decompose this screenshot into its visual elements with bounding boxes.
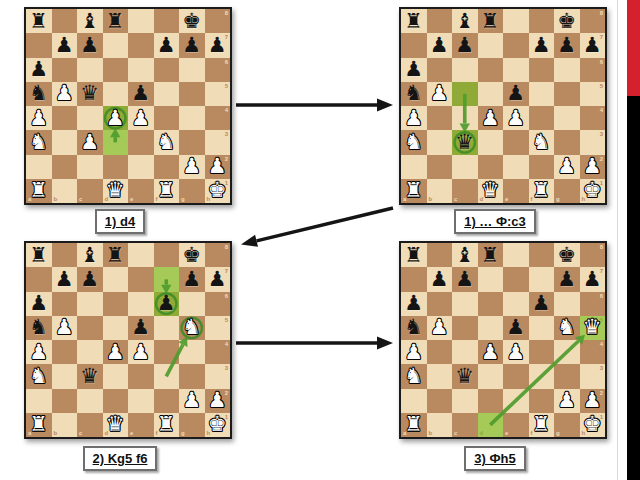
black-rook-d8: ♜ (478, 9, 504, 33)
square-f4 (529, 106, 555, 130)
square-c4 (452, 106, 478, 130)
chess-board-3: 8765432abcdefg1h♜♝♜♚♟♟♟♟♟♟♞♟♟♞♟♟♟♞♛♟♟♜♛♜… (24, 241, 232, 439)
flow-arrow-board1-to-board2 (236, 99, 393, 112)
white-pawn-h2: ♟ (580, 389, 606, 413)
white-king-h1: ♚ (580, 413, 606, 437)
black-pawn-e5: ♟ (503, 82, 529, 106)
square-d2 (103, 155, 129, 179)
white-pawn-a4: ♟ (26, 340, 52, 364)
square-c5 (452, 316, 478, 340)
white-knight-f3: ♞ (154, 130, 180, 154)
flow-arrow-board3-to-board4 (236, 337, 393, 350)
white-queen-h5: ♛ (580, 316, 606, 340)
square-c4 (77, 340, 103, 364)
square-e2 (503, 389, 529, 413)
caption-row-2: 1) … Ф:c3 (391, 209, 599, 234)
black-pawn-e5: ♟ (128, 82, 154, 106)
black-accent-bar (627, 96, 640, 480)
black-pawn-e5: ♟ (503, 316, 529, 340)
square-f8 (529, 243, 555, 267)
slide-edge-line (617, 0, 618, 480)
square-b2 (427, 155, 453, 179)
square-b8 (427, 9, 453, 33)
square-f4 (154, 106, 180, 130)
square-g1: g (554, 413, 580, 437)
square-f2 (154, 155, 180, 179)
square-b3 (427, 364, 453, 388)
chess-board-2: 8765432abcdefg1h♜♝♜♚♟♟♟♟♟♟♞♟♟♟♟♟♞♛♞♟♟♜♛♜… (399, 7, 607, 205)
square-e2 (128, 389, 154, 413)
square-d7 (478, 267, 504, 291)
rank-label-4: 4 (600, 107, 603, 113)
square-b3 (427, 130, 453, 154)
black-pawn-c7: ♟ (452, 33, 478, 57)
square-b8 (52, 9, 78, 33)
rank-label-8: 8 (225, 244, 228, 250)
square-d7 (103, 267, 129, 291)
file-label-b: b (429, 196, 433, 202)
square-b2 (52, 389, 78, 413)
file-label-e: e (130, 430, 133, 436)
square-e2 (128, 155, 154, 179)
black-pawn-e5: ♟ (128, 316, 154, 340)
black-bishop-c8: ♝ (452, 9, 478, 33)
square-d7 (103, 33, 129, 57)
square-g3 (554, 364, 580, 388)
black-knight-a5: ♞ (401, 316, 427, 340)
square-c1: c (452, 179, 478, 203)
square-d5 (103, 82, 129, 106)
square-g6 (554, 292, 580, 316)
black-rook-d8: ♜ (478, 243, 504, 267)
highlight-f7 (154, 267, 180, 291)
black-rook-a8: ♜ (401, 243, 427, 267)
black-pawn-h7: ♟ (580, 33, 606, 57)
rank-label-5: 5 (600, 83, 603, 89)
square-e6 (128, 292, 154, 316)
square-a2 (26, 155, 52, 179)
square-c2 (77, 389, 103, 413)
file-label-g: g (556, 430, 560, 436)
black-pawn-f7: ♟ (529, 33, 555, 57)
white-pawn-g2: ♟ (554, 155, 580, 179)
square-d2 (103, 389, 129, 413)
caption-row-1: 1) d4 (16, 209, 224, 234)
square-g3 (179, 364, 205, 388)
square-g1: g (179, 179, 205, 203)
square-a7 (26, 267, 52, 291)
square-d3 (478, 130, 504, 154)
square-c1: c (77, 413, 103, 437)
square-f2 (529, 155, 555, 179)
white-pawn-b5: ♟ (52, 82, 78, 106)
black-king-g8: ♚ (554, 243, 580, 267)
black-pawn-b7: ♟ (427, 267, 453, 291)
square-f3 (529, 364, 555, 388)
black-pawn-h7: ♟ (205, 267, 231, 291)
square-h3: 3 (205, 130, 231, 154)
square-e1: e (503, 179, 529, 203)
file-label-b: b (429, 430, 433, 436)
rank-label-6: 6 (225, 59, 228, 65)
square-h8: 8 (580, 243, 606, 267)
square-c2 (452, 155, 478, 179)
square-e6 (503, 292, 529, 316)
square-h5: 5 (580, 82, 606, 106)
white-pawn-e4: ♟ (128, 106, 154, 130)
black-king-g8: ♚ (179, 9, 205, 33)
square-g4 (179, 340, 205, 364)
square-g5 (179, 82, 205, 106)
square-a2 (401, 389, 427, 413)
square-f5 (529, 316, 555, 340)
caption-text-4: 3) Фh5 (474, 451, 515, 466)
black-pawn-g7: ♟ (554, 267, 580, 291)
square-d6 (103, 292, 129, 316)
square-f3 (154, 364, 180, 388)
square-b6 (52, 58, 78, 82)
black-queen-c3: ♛ (452, 364, 478, 388)
black-pawn-g7: ♟ (179, 267, 205, 291)
white-queen-d1: ♛ (103, 179, 129, 203)
square-b4 (427, 106, 453, 130)
square-b6 (427, 292, 453, 316)
square-b1: b (427, 413, 453, 437)
square-f6 (529, 58, 555, 82)
square-d6 (103, 58, 129, 82)
square-b4 (427, 340, 453, 364)
square-b1: b (427, 179, 453, 203)
square-e7 (128, 267, 154, 291)
square-f4 (154, 340, 180, 364)
chess-board-1: 8765432abcdefg1h♜♝♜♚♟♟♟♟♟♟♞♟♛♟♟♟♟♞♟♞♟♟♜♛… (24, 7, 232, 205)
square-e3 (503, 364, 529, 388)
rank-label-3: 3 (600, 365, 603, 371)
square-e8 (503, 243, 529, 267)
square-c6 (452, 292, 478, 316)
highlight-d1 (478, 413, 504, 437)
square-d5 (103, 316, 129, 340)
black-knight-a5: ♞ (26, 82, 52, 106)
square-g6 (179, 292, 205, 316)
square-e7 (503, 33, 529, 57)
white-pawn-e4: ♟ (128, 340, 154, 364)
square-g4 (179, 106, 205, 130)
square-e1: e (128, 413, 154, 437)
black-pawn-h7: ♟ (205, 33, 231, 57)
square-b4 (52, 106, 78, 130)
file-label-c: c (79, 196, 82, 202)
square-h5: 5 (205, 316, 231, 340)
square-f4 (529, 340, 555, 364)
black-pawn-b7: ♟ (427, 33, 453, 57)
white-king-h1: ♚ (205, 179, 231, 203)
square-d7 (478, 33, 504, 57)
file-label-e: e (130, 196, 133, 202)
square-h8: 8 (580, 9, 606, 33)
square-h4: 4 (205, 106, 231, 130)
square-b8 (52, 243, 78, 267)
square-b2 (427, 389, 453, 413)
black-bishop-c8: ♝ (452, 243, 478, 267)
square-f5 (154, 82, 180, 106)
rank-label-8: 8 (600, 10, 603, 16)
white-rook-a1: ♜ (401, 179, 427, 203)
square-h4: 4 (205, 340, 231, 364)
caption-board-1: 1) d4 (95, 209, 145, 234)
square-a7 (401, 267, 427, 291)
black-pawn-f6: ♟ (154, 292, 180, 316)
square-g6 (554, 58, 580, 82)
square-f5 (154, 316, 180, 340)
square-h4: 4 (580, 106, 606, 130)
square-h6: 6 (580, 58, 606, 82)
white-knight-g5: ♞ (179, 316, 205, 340)
square-h6: 6 (205, 292, 231, 316)
black-queen-c5: ♛ (77, 82, 103, 106)
white-rook-f1: ♜ (529, 413, 555, 437)
square-e2 (503, 155, 529, 179)
square-b1: b (52, 413, 78, 437)
square-h3: 3 (205, 364, 231, 388)
white-rook-a1: ♜ (26, 413, 52, 437)
black-rook-a8: ♜ (26, 243, 52, 267)
rank-label-6: 6 (600, 293, 603, 299)
rank-label-4: 4 (225, 107, 228, 113)
white-rook-f1: ♜ (154, 413, 180, 437)
white-pawn-c3: ♟ (77, 130, 103, 154)
caption-text-3: 2) Kg5 f6 (93, 451, 148, 466)
black-knight-a5: ♞ (26, 316, 52, 340)
black-rook-a8: ♜ (26, 9, 52, 33)
white-queen-d1: ♛ (478, 179, 504, 203)
rank-label-6: 6 (600, 59, 603, 65)
white-pawn-h2: ♟ (580, 155, 606, 179)
square-d2 (478, 389, 504, 413)
square-h3: 3 (580, 130, 606, 154)
square-c6 (77, 292, 103, 316)
white-pawn-d4: ♟ (103, 106, 129, 130)
black-bishop-c8: ♝ (77, 9, 103, 33)
square-f2 (154, 389, 180, 413)
white-pawn-b5: ♟ (52, 316, 78, 340)
square-c4 (77, 106, 103, 130)
file-label-g: g (556, 196, 560, 202)
white-pawn-e4: ♟ (503, 106, 529, 130)
black-rook-d8: ♜ (103, 9, 129, 33)
white-rook-f1: ♜ (154, 179, 180, 203)
square-d3 (103, 364, 129, 388)
black-pawn-c7: ♟ (77, 267, 103, 291)
square-f8 (154, 9, 180, 33)
white-pawn-g2: ♟ (554, 389, 580, 413)
square-f6 (154, 58, 180, 82)
white-knight-a3: ♞ (401, 364, 427, 388)
caption-board-2: 1) … Ф:c3 (454, 209, 536, 234)
square-h3: 3 (580, 364, 606, 388)
black-pawn-c7: ♟ (452, 267, 478, 291)
square-g4 (554, 340, 580, 364)
white-pawn-h2: ♟ (205, 155, 231, 179)
white-pawn-g2: ♟ (179, 155, 205, 179)
square-d3 (478, 364, 504, 388)
square-c2 (77, 155, 103, 179)
white-rook-a1: ♜ (401, 413, 427, 437)
file-label-c: c (79, 430, 82, 436)
square-d6 (478, 58, 504, 82)
rank-label-3: 3 (225, 365, 228, 371)
slide: 8765432abcdefg1h♜♝♜♚♟♟♟♟♟♟♞♟♛♟♟♟♟♞♟♞♟♟♜♛… (0, 0, 640, 480)
black-pawn-b7: ♟ (52, 33, 78, 57)
rank-label-4: 4 (600, 341, 603, 347)
rank-label-5: 5 (225, 317, 228, 323)
caption-board-3: 2) Kg5 f6 (83, 446, 158, 471)
black-king-g8: ♚ (554, 9, 580, 33)
square-g1: g (179, 413, 205, 437)
red-accent-bar (627, 0, 640, 96)
square-d5 (478, 316, 504, 340)
white-rook-a1: ♜ (26, 179, 52, 203)
black-pawn-g7: ♟ (179, 33, 205, 57)
square-g4 (554, 106, 580, 130)
square-b6 (52, 292, 78, 316)
white-pawn-d4: ♟ (478, 340, 504, 364)
white-knight-a3: ♞ (401, 130, 427, 154)
square-h8: 8 (205, 9, 231, 33)
square-e3 (128, 130, 154, 154)
file-label-b: b (54, 430, 58, 436)
black-pawn-a6: ♟ (26, 58, 52, 82)
square-e7 (128, 33, 154, 57)
square-h8: 8 (205, 243, 231, 267)
black-pawn-g7: ♟ (554, 33, 580, 57)
caption-row-3: 2) Kg5 f6 (16, 446, 224, 471)
square-c4 (452, 340, 478, 364)
rank-label-4: 4 (225, 341, 228, 347)
chess-board-4: 8765432abcdefg1h♜♝♜♚♟♟♟♟♟♟♞♟♟♞♛♟♟♟♞♛♟♟♜♜… (399, 241, 607, 439)
square-b1: b (52, 179, 78, 203)
square-b3 (52, 130, 78, 154)
white-pawn-g2: ♟ (179, 389, 205, 413)
black-pawn-f7: ♟ (154, 33, 180, 57)
black-bishop-c8: ♝ (77, 243, 103, 267)
file-label-c: c (454, 196, 457, 202)
black-pawn-a6: ♟ (401, 58, 427, 82)
white-knight-f3: ♞ (529, 130, 555, 154)
square-a2 (401, 155, 427, 179)
square-c1: c (77, 179, 103, 203)
square-d5 (478, 82, 504, 106)
square-e8 (128, 243, 154, 267)
square-e6 (503, 58, 529, 82)
white-pawn-h2: ♟ (205, 389, 231, 413)
square-c5 (77, 316, 103, 340)
square-h6: 6 (580, 292, 606, 316)
white-pawn-d4: ♟ (103, 340, 129, 364)
white-pawn-a4: ♟ (401, 106, 427, 130)
square-f2 (529, 389, 555, 413)
square-b6 (427, 58, 453, 82)
square-g1: g (554, 179, 580, 203)
square-e8 (503, 9, 529, 33)
square-h4: 4 (580, 340, 606, 364)
white-pawn-b5: ♟ (427, 316, 453, 340)
file-label-g: g (181, 196, 185, 202)
square-f5 (529, 82, 555, 106)
caption-text-2: 1) … Ф:c3 (464, 214, 526, 229)
highlight-d3 (103, 130, 129, 154)
square-g3 (179, 130, 205, 154)
square-d6 (478, 292, 504, 316)
square-h5: 5 (205, 82, 231, 106)
file-label-c: c (454, 430, 457, 436)
square-a2 (26, 389, 52, 413)
white-knight-a3: ♞ (26, 364, 52, 388)
square-e8 (128, 9, 154, 33)
black-pawn-h7: ♟ (580, 267, 606, 291)
white-rook-f1: ♜ (529, 179, 555, 203)
square-c1: c (452, 413, 478, 437)
square-e1: e (503, 413, 529, 437)
black-knight-a5: ♞ (401, 82, 427, 106)
black-rook-d8: ♜ (103, 243, 129, 267)
file-label-b: b (54, 196, 58, 202)
square-b4 (52, 340, 78, 364)
square-c6 (77, 58, 103, 82)
square-g5 (554, 82, 580, 106)
white-pawn-b5: ♟ (427, 82, 453, 106)
black-pawn-a6: ♟ (26, 292, 52, 316)
square-g6 (179, 58, 205, 82)
square-g3 (554, 130, 580, 154)
white-pawn-d4: ♟ (478, 106, 504, 130)
square-e7 (503, 267, 529, 291)
square-f7 (529, 267, 555, 291)
square-a7 (401, 33, 427, 57)
highlight-c5 (452, 82, 478, 106)
black-queen-c3: ♛ (77, 364, 103, 388)
square-e3 (128, 364, 154, 388)
white-pawn-e4: ♟ (503, 340, 529, 364)
square-c2 (452, 389, 478, 413)
square-e1: e (128, 179, 154, 203)
square-b8 (427, 243, 453, 267)
square-e6 (128, 58, 154, 82)
rank-label-3: 3 (225, 131, 228, 137)
white-pawn-a4: ♟ (26, 106, 52, 130)
rank-label-5: 5 (225, 83, 228, 89)
black-pawn-c7: ♟ (77, 33, 103, 57)
white-pawn-a4: ♟ (401, 340, 427, 364)
white-king-h1: ♚ (580, 179, 606, 203)
square-b2 (52, 155, 78, 179)
black-pawn-f6: ♟ (529, 292, 555, 316)
square-h6: 6 (205, 58, 231, 82)
square-d2 (478, 155, 504, 179)
file-label-e: e (505, 196, 508, 202)
black-pawn-a6: ♟ (401, 292, 427, 316)
square-f8 (154, 243, 180, 267)
black-rook-a8: ♜ (401, 9, 427, 33)
rank-label-8: 8 (225, 10, 228, 16)
square-c6 (452, 58, 478, 82)
square-f8 (529, 9, 555, 33)
caption-row-4: 3) Фh5 (391, 446, 599, 471)
square-e3 (503, 130, 529, 154)
black-queen-c3: ♛ (452, 130, 478, 154)
flow-arrow-board2-to-board3 (241, 208, 393, 247)
white-queen-d1: ♛ (103, 413, 129, 437)
